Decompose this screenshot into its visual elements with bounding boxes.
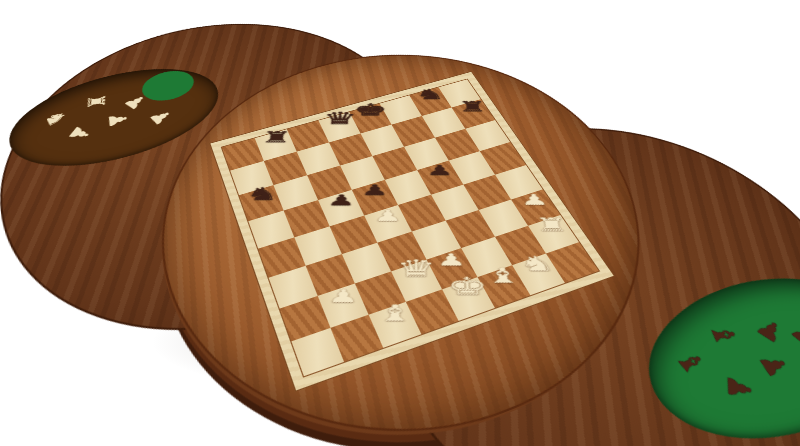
black-queen: ♛: [319, 110, 360, 127]
captured-white-pawn: ♟: [105, 111, 130, 130]
captured-white-pawn: ♟: [120, 92, 151, 113]
black-pawn: ♟: [319, 193, 364, 208]
white-bishop: ♝: [370, 302, 420, 324]
white-pawn: ♟: [365, 208, 410, 223]
white-rook: ♜: [528, 216, 576, 234]
white-pawn: ♟: [512, 192, 558, 207]
captured-white-pawn: ♟: [64, 124, 96, 143]
product-photo-round-chess-set: { "game": "chess", "scene": { "descripti…: [0, 0, 800, 446]
captured-black-bishop: ♝: [705, 322, 743, 348]
black-rook: ♜: [452, 100, 493, 114]
right-drawer-recess: ♝♝♟♟♟♟♟: [613, 253, 800, 446]
black-knight: ♞: [410, 87, 449, 101]
black-pawn: ♟: [418, 163, 461, 177]
captured-black-bishop: ♝: [670, 346, 711, 379]
captured-black-pawn: ♟: [754, 350, 795, 381]
captured-black-pawn: ♟: [751, 314, 788, 348]
scene: ♞♜♟♟♟♟ ♝♝♟♟♟♟♟ ♜♛♚♞♜♞♟♟♟♟♟♟♛♟♜♝♚♝♞: [0, 0, 800, 446]
black-rook: ♜: [255, 130, 298, 145]
white-king: ♚: [443, 274, 492, 298]
white-queen: ♛: [393, 257, 441, 280]
captured-black-pawn: ♟: [786, 319, 800, 352]
captured-white-rook: ♜: [84, 93, 108, 110]
captured-white-pawn: ♟: [145, 107, 176, 129]
black-knight: ♞: [239, 185, 285, 203]
white-pawn: ♟: [319, 287, 368, 305]
captured-white-knight: ♞: [42, 108, 71, 129]
captured-black-pawn: ♟: [723, 373, 756, 404]
